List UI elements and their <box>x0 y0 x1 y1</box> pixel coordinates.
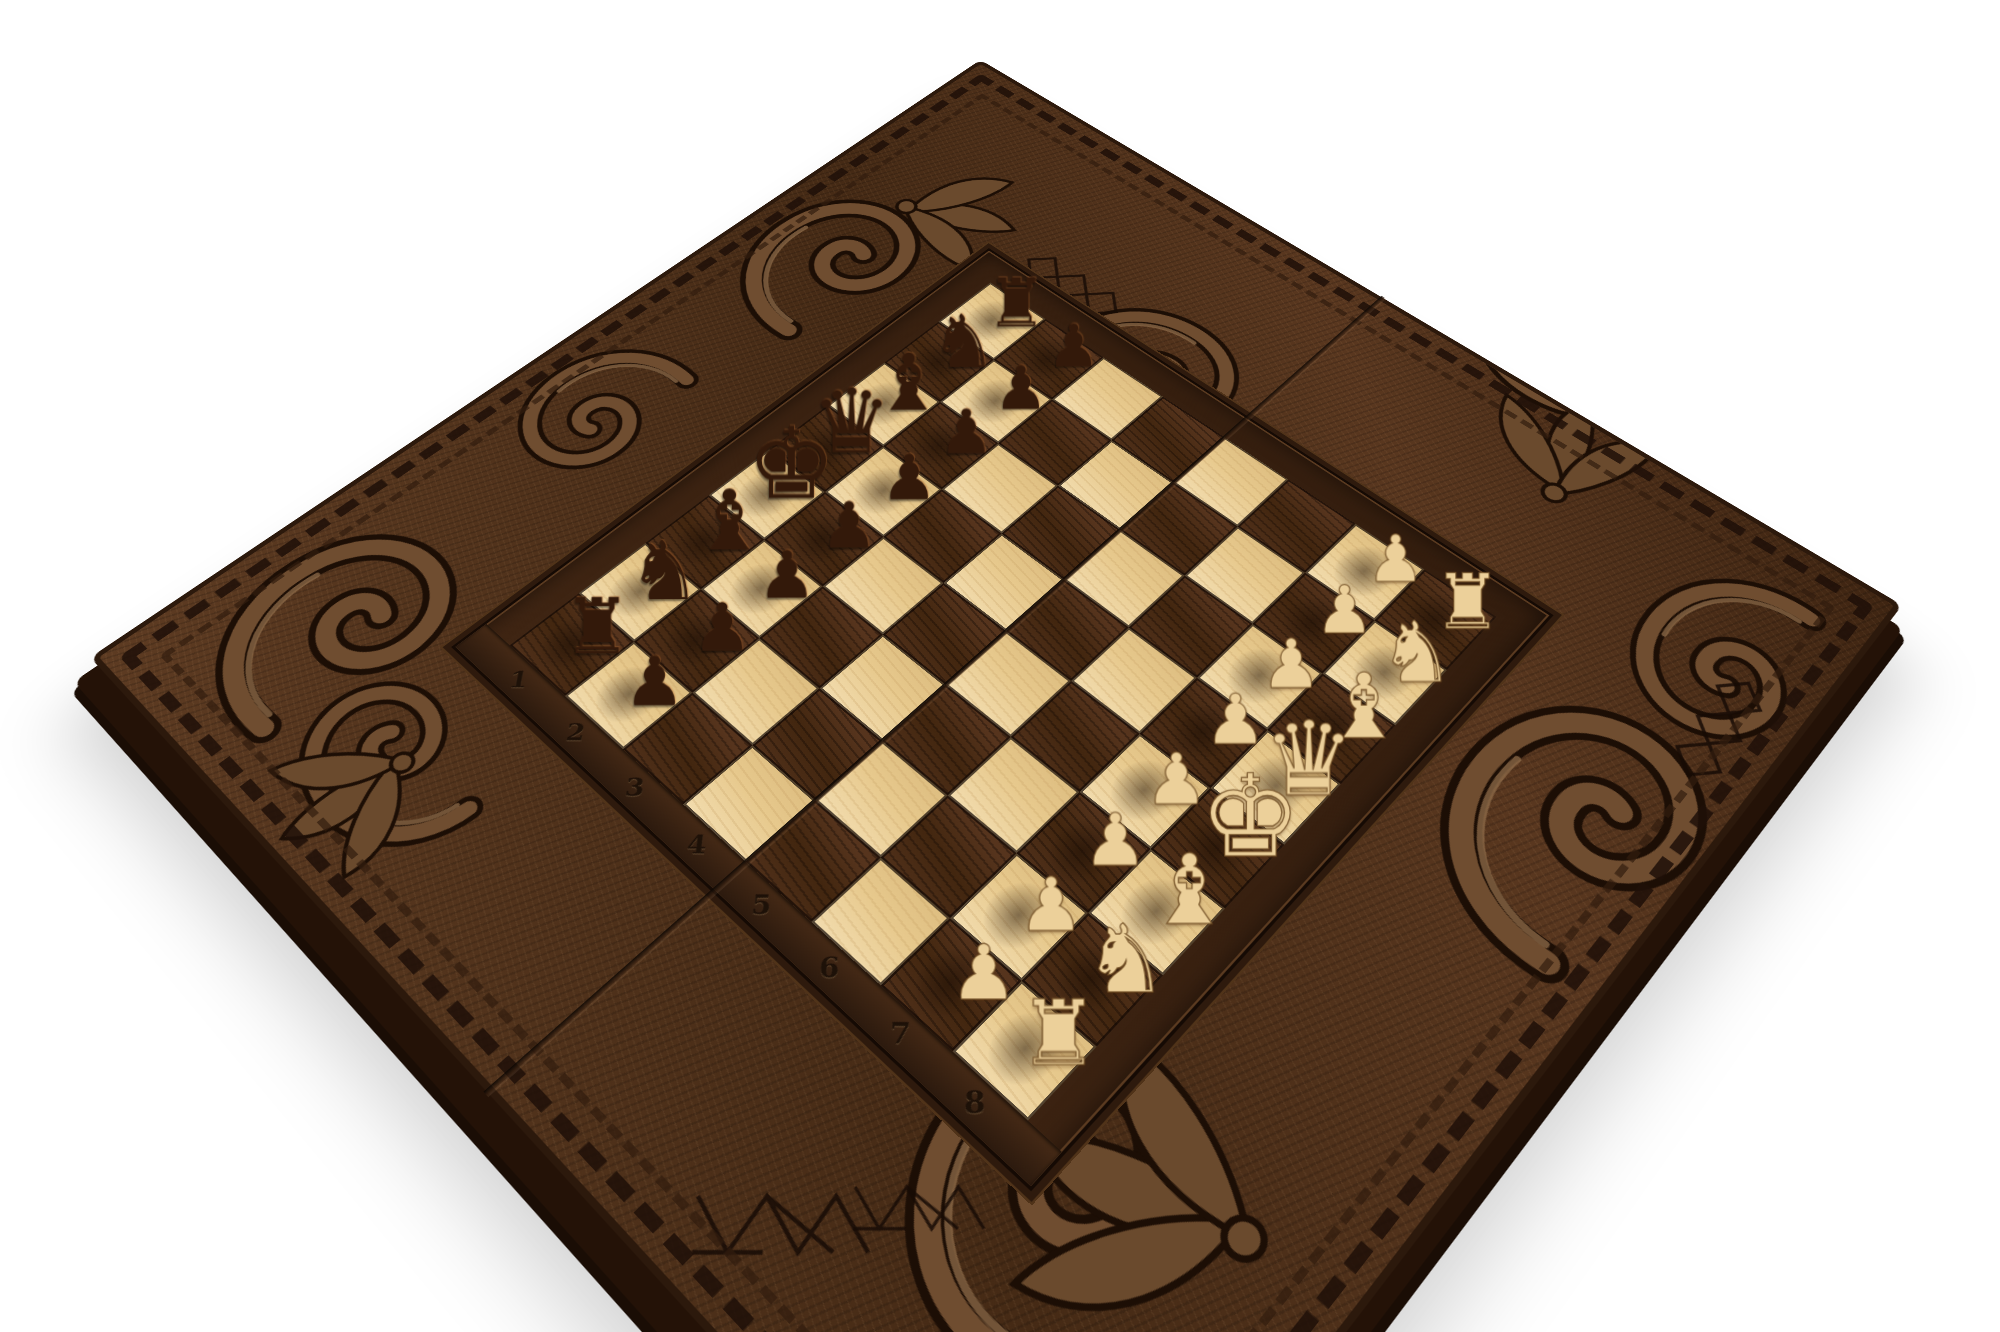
piece-white-pawn[interactable]: ♟ <box>1204 686 1266 755</box>
piece-black-bishop[interactable]: ♝ <box>692 478 767 562</box>
piece-black-pawn[interactable]: ♟ <box>692 595 752 662</box>
piece-white-pawn[interactable]: ♟ <box>1082 804 1147 877</box>
piece-black-pawn[interactable]: ♟ <box>821 494 878 558</box>
piece-black-pawn[interactable]: ♟ <box>758 544 817 609</box>
piece-black-pawn[interactable]: ♟ <box>994 358 1048 418</box>
piece-white-pawn[interactable]: ♟ <box>1017 868 1084 943</box>
carved-board: 12345678 ♜♞♝♚♛♝♞♜♟♟♟♟♟♟♟♟♟♟♟♟♟♟♟♟♜♞♝♚♛♝♞… <box>90 60 1902 1332</box>
piece-black-pawn[interactable]: ♟ <box>881 447 937 510</box>
piece-white-pawn[interactable]: ♟ <box>949 935 1017 1011</box>
piece-black-pawn[interactable]: ♟ <box>1048 317 1101 376</box>
piece-black-pawn[interactable]: ♟ <box>939 402 994 463</box>
piece-white-pawn[interactable]: ♟ <box>1366 527 1424 592</box>
piece-white-rook[interactable]: ♜ <box>1018 989 1099 1079</box>
piece-black-pawn[interactable]: ♟ <box>624 649 685 717</box>
piece-white-pawn[interactable]: ♟ <box>1260 630 1321 698</box>
piece-white-pawn[interactable]: ♟ <box>1314 577 1373 643</box>
piece-black-rook[interactable]: ♜ <box>562 588 631 665</box>
piece-black-knight[interactable]: ♞ <box>628 531 701 612</box>
product-photo: 12345678 ♜♞♝♚♛♝♞♜♟♟♟♟♟♟♟♟♟♟♟♟♟♟♟♟♜♞♝♚♛♝♞… <box>0 0 2000 1332</box>
